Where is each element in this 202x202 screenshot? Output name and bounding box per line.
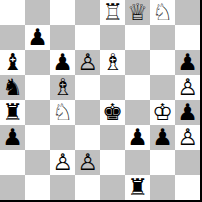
black-pawn-piece: ♟	[177, 100, 198, 125]
square-c3[interactable]	[50, 125, 75, 150]
square-a5[interactable]: ♞	[0, 75, 25, 100]
square-b1[interactable]	[25, 175, 50, 200]
square-a4[interactable]: ♜	[0, 100, 25, 125]
square-h1[interactable]	[175, 175, 200, 200]
white-knight-piece: ♘	[152, 0, 173, 25]
square-e2[interactable]	[100, 150, 125, 175]
square-b7[interactable]: ♟	[25, 25, 50, 50]
square-c5[interactable]: ♗	[50, 75, 75, 100]
square-e1[interactable]	[100, 175, 125, 200]
square-c6[interactable]: ♟	[50, 50, 75, 75]
square-f7[interactable]	[125, 25, 150, 50]
white-pawn-piece: ♙	[52, 150, 73, 175]
square-h5[interactable]: ♙	[175, 75, 200, 100]
square-d1[interactable]	[75, 175, 100, 200]
square-h4[interactable]: ♟	[175, 100, 200, 125]
white-pawn-piece: ♙	[77, 50, 98, 75]
square-b3[interactable]	[25, 125, 50, 150]
square-d4[interactable]	[75, 100, 100, 125]
square-h8[interactable]	[175, 0, 200, 25]
square-f5[interactable]	[125, 75, 150, 100]
square-h2[interactable]	[175, 150, 200, 175]
white-king-piece: ♔	[152, 100, 173, 125]
black-pawn-piece: ♟	[27, 25, 48, 50]
square-g7[interactable]	[150, 25, 175, 50]
black-pawn-piece: ♟	[52, 50, 73, 75]
black-bishop-piece: ♝	[2, 50, 23, 75]
square-c2[interactable]: ♙	[50, 150, 75, 175]
square-d7[interactable]	[75, 25, 100, 50]
square-a6[interactable]: ♝	[0, 50, 25, 75]
square-b8[interactable]	[25, 0, 50, 25]
white-pawn-piece: ♙	[177, 75, 198, 100]
square-a1[interactable]	[0, 175, 25, 200]
square-e7[interactable]	[100, 25, 125, 50]
square-h3[interactable]: ♙	[175, 125, 200, 150]
white-queen-piece: ♕	[127, 0, 148, 25]
square-b5[interactable]	[25, 75, 50, 100]
square-b6[interactable]	[25, 50, 50, 75]
square-g2[interactable]	[150, 150, 175, 175]
square-g8[interactable]: ♘	[150, 0, 175, 25]
square-c8[interactable]	[50, 0, 75, 25]
square-f6[interactable]	[125, 50, 150, 75]
square-a7[interactable]	[0, 25, 25, 50]
square-g5[interactable]	[150, 75, 175, 100]
white-pawn-piece: ♙	[177, 125, 198, 150]
chess-board: ♖♕♘♟♝♟♙♗♟♞♗♙♜♘♚♔♟♟♟♟♙♙♙♜	[0, 0, 202, 202]
square-e3[interactable]	[100, 125, 125, 150]
square-e8[interactable]: ♖	[100, 0, 125, 25]
square-c1[interactable]	[50, 175, 75, 200]
square-d2[interactable]: ♙	[75, 150, 100, 175]
white-knight-piece: ♘	[52, 100, 73, 125]
square-d8[interactable]	[75, 0, 100, 25]
square-a3[interactable]: ♟	[0, 125, 25, 150]
white-bishop-piece: ♗	[52, 75, 73, 100]
square-h7[interactable]	[175, 25, 200, 50]
square-f8[interactable]: ♕	[125, 0, 150, 25]
square-h6[interactable]: ♟	[175, 50, 200, 75]
square-d6[interactable]: ♙	[75, 50, 100, 75]
square-e6[interactable]: ♗	[100, 50, 125, 75]
white-pawn-piece: ♙	[77, 150, 98, 175]
square-b4[interactable]	[25, 100, 50, 125]
white-rook-piece: ♖	[102, 0, 123, 25]
square-c4[interactable]: ♘	[50, 100, 75, 125]
square-e5[interactable]	[100, 75, 125, 100]
square-f1[interactable]: ♜	[125, 175, 150, 200]
black-rook-piece: ♜	[2, 100, 23, 125]
square-e4[interactable]: ♚	[100, 100, 125, 125]
square-d3[interactable]	[75, 125, 100, 150]
square-g1[interactable]	[150, 175, 175, 200]
black-rook-piece: ♜	[127, 175, 148, 200]
square-f4[interactable]	[125, 100, 150, 125]
square-g3[interactable]: ♟	[150, 125, 175, 150]
square-c7[interactable]	[50, 25, 75, 50]
square-g4[interactable]: ♔	[150, 100, 175, 125]
square-a8[interactable]	[0, 0, 25, 25]
black-pawn-piece: ♟	[127, 125, 148, 150]
square-d5[interactable]	[75, 75, 100, 100]
square-f3[interactable]: ♟	[125, 125, 150, 150]
square-b2[interactable]	[25, 150, 50, 175]
black-knight-piece: ♞	[2, 75, 23, 100]
white-bishop-piece: ♗	[102, 50, 123, 75]
square-a2[interactable]	[0, 150, 25, 175]
black-king-piece: ♚	[102, 100, 123, 125]
square-g6[interactable]	[150, 50, 175, 75]
black-pawn-piece: ♟	[2, 125, 23, 150]
square-f2[interactable]	[125, 150, 150, 175]
black-pawn-piece: ♟	[177, 50, 198, 75]
black-pawn-piece: ♟	[152, 125, 173, 150]
